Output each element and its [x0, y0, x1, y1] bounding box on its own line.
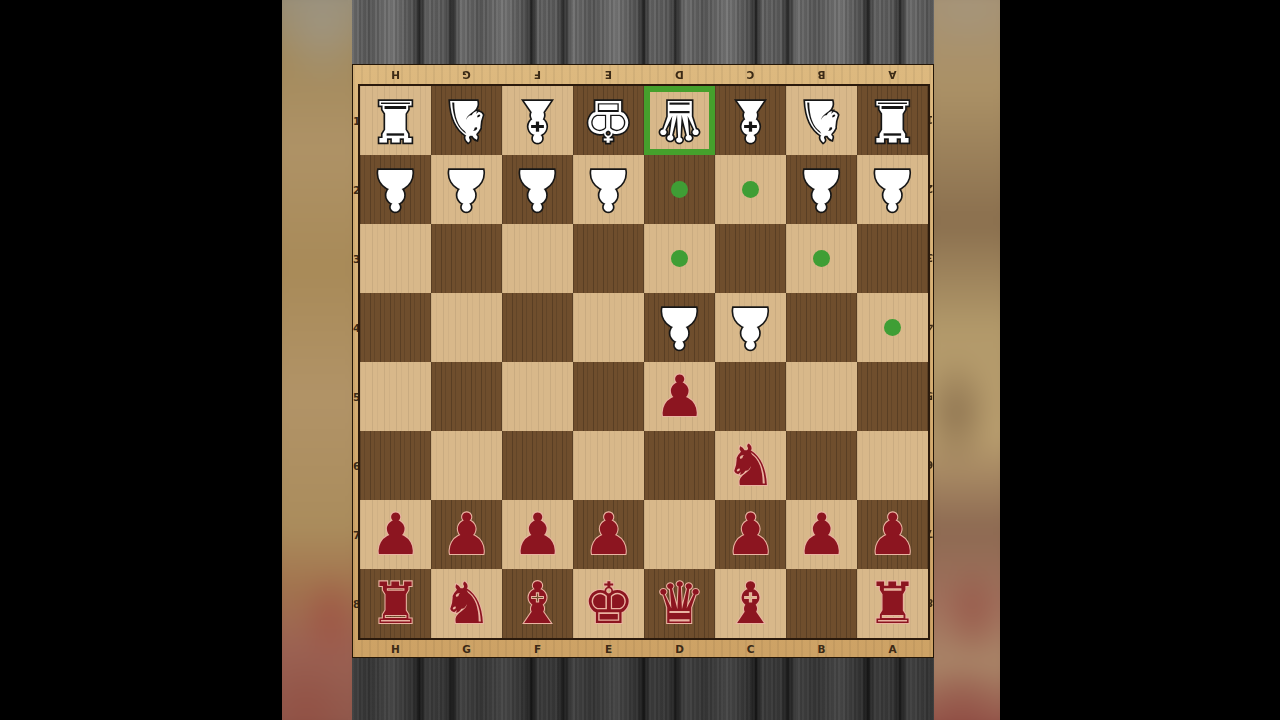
- file-label-bottom-b: B: [786, 638, 857, 659]
- piece-red-king[interactable]: ♚: [583, 575, 634, 632]
- square-f6[interactable]: [502, 431, 573, 500]
- piece-red-pawn[interactable]: ♟: [583, 506, 634, 563]
- legal-move-dot[interactable]: [884, 319, 901, 336]
- legal-move-dot[interactable]: [671, 181, 688, 198]
- square-c8[interactable]: ♝: [715, 569, 786, 638]
- file-label-bottom-e: E: [573, 638, 644, 659]
- square-g5[interactable]: [431, 362, 502, 431]
- square-b1[interactable]: ♞: [786, 86, 857, 155]
- piece-white-rook[interactable]: ♜: [370, 92, 421, 149]
- square-e7[interactable]: ♟: [573, 500, 644, 569]
- square-b7[interactable]: ♟: [786, 500, 857, 569]
- piece-white-bishop[interactable]: ♝: [512, 92, 563, 149]
- square-b3[interactable]: [786, 224, 857, 293]
- square-h6[interactable]: [360, 431, 431, 500]
- board-squares: ♜♞♝♚♛♝♞♜♟♟♟♟♟♟♟♟♟♞♟♟♟♟♟♟♟♜♞♝♚♛♝♜: [360, 86, 928, 638]
- square-c1[interactable]: ♝: [715, 86, 786, 155]
- square-d7[interactable]: [644, 500, 715, 569]
- square-c3[interactable]: [715, 224, 786, 293]
- piece-red-pawn[interactable]: ♟: [725, 506, 776, 563]
- piece-white-bishop[interactable]: ♝: [725, 92, 776, 149]
- piece-white-pawn[interactable]: ♟: [583, 161, 634, 218]
- piece-white-pawn[interactable]: ♟: [512, 161, 563, 218]
- piece-red-rook[interactable]: ♜: [867, 575, 918, 632]
- piece-white-king[interactable]: ♚: [583, 92, 634, 149]
- grey-wood-background-top: [348, 0, 934, 64]
- square-h5[interactable]: [360, 362, 431, 431]
- square-b4[interactable]: [786, 293, 857, 362]
- square-e2[interactable]: ♟: [573, 155, 644, 224]
- piece-red-pawn[interactable]: ♟: [370, 506, 421, 563]
- piece-white-pawn[interactable]: ♟: [725, 299, 776, 356]
- square-h4[interactable]: [360, 293, 431, 362]
- piece-red-pawn[interactable]: ♟: [441, 506, 492, 563]
- square-f4[interactable]: [502, 293, 573, 362]
- file-label-top-a: A: [857, 65, 928, 86]
- square-g4[interactable]: [431, 293, 502, 362]
- square-e3[interactable]: [573, 224, 644, 293]
- square-d6[interactable]: [644, 431, 715, 500]
- square-f2[interactable]: ♟: [502, 155, 573, 224]
- square-g2[interactable]: ♟: [431, 155, 502, 224]
- legal-move-dot[interactable]: [813, 250, 830, 267]
- square-e6[interactable]: [573, 431, 644, 500]
- square-d4[interactable]: ♟: [644, 293, 715, 362]
- piece-white-pawn[interactable]: ♟: [654, 299, 705, 356]
- square-c7[interactable]: ♟: [715, 500, 786, 569]
- grey-wood-background-bottom: [348, 658, 934, 720]
- piece-white-pawn[interactable]: ♟: [796, 161, 847, 218]
- piece-red-bishop[interactable]: ♝: [725, 575, 776, 632]
- piece-white-knight[interactable]: ♞: [796, 92, 847, 149]
- video-frame: HGFEDCBA HGFEDCBA 12345678 12345678 ♜♞♝♚…: [0, 0, 1280, 720]
- square-h2[interactable]: ♟: [360, 155, 431, 224]
- piece-red-pawn[interactable]: ♟: [654, 368, 705, 425]
- square-c4[interactable]: ♟: [715, 293, 786, 362]
- piece-red-rook[interactable]: ♜: [370, 575, 421, 632]
- square-a5[interactable]: [857, 362, 928, 431]
- piece-white-pawn[interactable]: ♟: [867, 161, 918, 218]
- legal-move-dot[interactable]: [742, 181, 759, 198]
- piece-red-pawn[interactable]: ♟: [867, 506, 918, 563]
- square-f3[interactable]: [502, 224, 573, 293]
- chess-board[interactable]: HGFEDCBA HGFEDCBA 12345678 12345678 ♜♞♝♚…: [352, 64, 934, 658]
- square-e1[interactable]: ♚: [573, 86, 644, 155]
- square-h7[interactable]: ♟: [360, 500, 431, 569]
- file-label-bottom-c: C: [715, 638, 786, 659]
- piece-red-pawn[interactable]: ♟: [796, 506, 847, 563]
- square-g8[interactable]: ♞: [431, 569, 502, 638]
- square-a1[interactable]: ♜: [857, 86, 928, 155]
- square-c2[interactable]: [715, 155, 786, 224]
- file-labels-bottom: HGFEDCBA: [360, 638, 928, 659]
- square-d1[interactable]: ♛: [644, 86, 715, 155]
- rank-labels-left: 12345678: [353, 86, 360, 638]
- blurred-edge-left: [282, 0, 352, 720]
- piece-white-knight[interactable]: ♞: [441, 92, 492, 149]
- square-h1[interactable]: ♜: [360, 86, 431, 155]
- square-b6[interactable]: [786, 431, 857, 500]
- square-b5[interactable]: [786, 362, 857, 431]
- square-g7[interactable]: ♟: [431, 500, 502, 569]
- square-g6[interactable]: [431, 431, 502, 500]
- square-a3[interactable]: [857, 224, 928, 293]
- piece-red-knight[interactable]: ♞: [725, 437, 776, 494]
- piece-red-knight[interactable]: ♞: [441, 575, 492, 632]
- file-label-bottom-h: H: [360, 638, 431, 659]
- piece-white-queen[interactable]: ♛: [654, 92, 705, 149]
- square-g3[interactable]: [431, 224, 502, 293]
- square-a2[interactable]: ♟: [857, 155, 928, 224]
- square-b8[interactable]: [786, 569, 857, 638]
- file-labels-top: HGFEDCBA: [360, 65, 928, 86]
- square-f1[interactable]: ♝: [502, 86, 573, 155]
- square-e5[interactable]: [573, 362, 644, 431]
- square-f8[interactable]: ♝: [502, 569, 573, 638]
- file-label-top-c: C: [715, 65, 786, 86]
- square-c6[interactable]: ♞: [715, 431, 786, 500]
- piece-red-queen[interactable]: ♛: [654, 575, 705, 632]
- square-f5[interactable]: [502, 362, 573, 431]
- square-a6[interactable]: [857, 431, 928, 500]
- blurred-edge-right: [934, 0, 1000, 720]
- file-label-bottom-f: F: [502, 638, 573, 659]
- piece-white-rook[interactable]: ♜: [867, 92, 918, 149]
- piece-red-bishop[interactable]: ♝: [512, 575, 563, 632]
- piece-white-pawn[interactable]: ♟: [370, 161, 421, 218]
- file-label-top-f: F: [502, 65, 573, 86]
- piece-white-pawn[interactable]: ♟: [441, 161, 492, 218]
- file-label-bottom-a: A: [857, 638, 928, 659]
- square-h3[interactable]: [360, 224, 431, 293]
- square-g1[interactable]: ♞: [431, 86, 502, 155]
- square-a8[interactable]: ♜: [857, 569, 928, 638]
- square-f7[interactable]: ♟: [502, 500, 573, 569]
- square-d8[interactable]: ♛: [644, 569, 715, 638]
- square-e4[interactable]: [573, 293, 644, 362]
- square-d2[interactable]: [644, 155, 715, 224]
- file-label-bottom-g: G: [431, 638, 502, 659]
- legal-move-dot[interactable]: [671, 250, 688, 267]
- file-label-bottom-d: D: [644, 638, 715, 659]
- square-d5[interactable]: ♟: [644, 362, 715, 431]
- file-label-top-b: B: [786, 65, 857, 86]
- square-a7[interactable]: ♟: [857, 500, 928, 569]
- square-b2[interactable]: ♟: [786, 155, 857, 224]
- file-label-top-e: E: [573, 65, 644, 86]
- square-a4[interactable]: [857, 293, 928, 362]
- piece-red-pawn[interactable]: ♟: [512, 506, 563, 563]
- square-h8[interactable]: ♜: [360, 569, 431, 638]
- square-e8[interactable]: ♚: [573, 569, 644, 638]
- square-c5[interactable]: [715, 362, 786, 431]
- file-label-top-d: D: [644, 65, 715, 86]
- file-label-top-g: G: [431, 65, 502, 86]
- square-d3[interactable]: [644, 224, 715, 293]
- file-label-top-h: H: [360, 65, 431, 86]
